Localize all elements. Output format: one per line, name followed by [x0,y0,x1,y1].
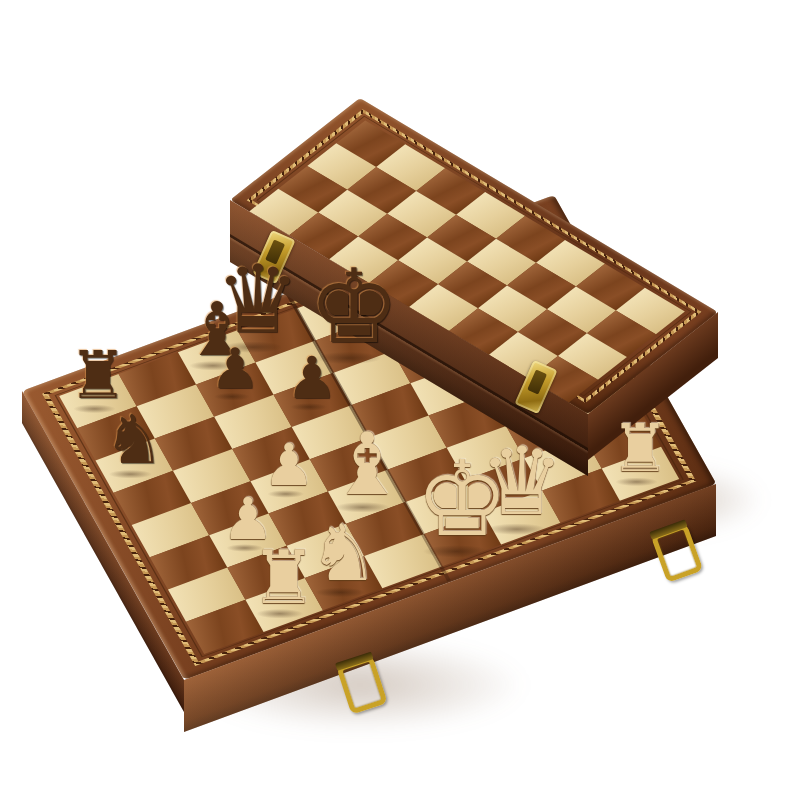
clasp-slot [527,370,547,395]
knight-glyph: ♞ [104,406,165,474]
piece-white-rook-b1[interactable]: ♜ [251,540,317,614]
king-glyph: ♚ [415,447,508,551]
piece-black-rook-a8[interactable]: ♜ [68,343,127,409]
piece-white-bishop-d3[interactable]: ♝ [328,421,405,507]
piece-black-pawn-c7[interactable]: ♟ [210,341,260,397]
rook-glyph: ♜ [68,343,127,409]
piece-white-rook-h1[interactable]: ♜ [610,416,669,482]
piece-black-knight-a6[interactable]: ♞ [104,406,165,474]
king-glyph: ♚ [308,256,399,358]
piece-black-pawn-d6[interactable]: ♟ [286,349,338,407]
piece-black-king-e7[interactable]: ♚ [308,256,399,358]
rook-glyph: ♜ [610,416,669,482]
pawn-glyph: ♟ [286,349,338,407]
product-photo-chess-set: ♜♝♛♟♚♞♟♟♝♟♞♜♚♛♜ [0,0,800,800]
bishop-glyph: ♝ [328,421,405,507]
knight-glyph: ♞ [309,514,379,592]
rook-glyph: ♜ [251,540,317,614]
pawn-glyph: ♟ [210,341,260,397]
piece-white-king-e1[interactable]: ♚ [415,447,508,551]
piece-white-knight-c1[interactable]: ♞ [309,514,379,592]
